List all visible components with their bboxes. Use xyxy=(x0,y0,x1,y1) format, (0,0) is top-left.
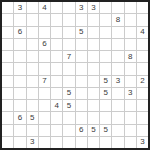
cell-r2c3[interactable] xyxy=(27,14,38,25)
cell-r8c4[interactable] xyxy=(39,88,50,99)
cell-r1c6[interactable] xyxy=(63,2,74,13)
clue-cell-r3c2: 6 xyxy=(14,27,25,38)
cell-r12c4[interactable] xyxy=(39,137,50,148)
cell-r9c8[interactable] xyxy=(88,100,99,111)
cell-r6c8[interactable] xyxy=(88,63,99,74)
cell-r5c3[interactable] xyxy=(27,51,38,62)
cell-r10c7[interactable] xyxy=(76,112,87,123)
cell-r12c9[interactable] xyxy=(100,137,111,148)
clue-cell-r12c12: 3 xyxy=(137,137,148,148)
clue-cell-r1c4: 4 xyxy=(39,2,50,13)
cell-r1c1[interactable] xyxy=(2,2,13,13)
cell-r8c7[interactable] xyxy=(76,88,87,99)
cell-r10c11[interactable] xyxy=(125,112,136,123)
cell-r4c1[interactable] xyxy=(2,39,13,50)
cell-r1c12[interactable] xyxy=(137,2,148,13)
cell-r6c11[interactable] xyxy=(125,63,136,74)
cell-r7c8[interactable] xyxy=(88,76,99,87)
clue-cell-r8c11: 3 xyxy=(125,88,136,99)
clue-cell-r7c12: 2 xyxy=(137,76,148,87)
cell-r11c10[interactable] xyxy=(112,125,123,136)
cell-r4c7[interactable] xyxy=(76,39,87,50)
clue-cell-r5c11: 8 xyxy=(125,51,136,62)
cell-r2c12[interactable] xyxy=(137,14,148,25)
cell-r6c6[interactable] xyxy=(63,63,74,74)
cell-r10c4[interactable] xyxy=(39,112,50,123)
clue-cell-r12c3: 3 xyxy=(27,137,38,148)
cell-r3c11[interactable] xyxy=(125,27,136,38)
cell-r7c6[interactable] xyxy=(63,76,74,87)
clue-cell-r2c10: 8 xyxy=(112,14,123,25)
cell-r2c4[interactable] xyxy=(39,14,50,25)
cell-r5c1[interactable] xyxy=(2,51,13,62)
cell-r8c5[interactable] xyxy=(51,88,62,99)
cell-r3c9[interactable] xyxy=(100,27,111,38)
cell-r1c5[interactable] xyxy=(51,2,62,13)
cell-r12c5[interactable] xyxy=(51,137,62,148)
cell-r3c5[interactable] xyxy=(51,27,62,38)
cell-r9c7[interactable] xyxy=(76,100,87,111)
cell-r7c2[interactable] xyxy=(14,76,25,87)
cell-r9c1[interactable] xyxy=(2,100,13,111)
cell-r8c8[interactable] xyxy=(88,88,99,99)
cell-r7c11[interactable] xyxy=(125,76,136,87)
cell-r4c6[interactable] xyxy=(63,39,74,50)
cell-r8c3[interactable] xyxy=(27,88,38,99)
cell-r9c2[interactable] xyxy=(14,100,25,111)
cell-r8c10[interactable] xyxy=(112,88,123,99)
cell-r9c3[interactable] xyxy=(27,100,38,111)
cell-r7c3[interactable] xyxy=(27,76,38,87)
cell-r5c12[interactable] xyxy=(137,51,148,62)
clue-cell-r1c2: 3 xyxy=(14,2,25,13)
cell-r5c9[interactable] xyxy=(100,51,111,62)
cell-r11c5[interactable] xyxy=(51,125,62,136)
cell-r2c2[interactable] xyxy=(14,14,25,25)
cell-r5c5[interactable] xyxy=(51,51,62,62)
cell-r4c10[interactable] xyxy=(112,39,123,50)
cell-r4c8[interactable] xyxy=(88,39,99,50)
clue-cell-r8c6: 5 xyxy=(63,88,74,99)
cell-r4c11[interactable] xyxy=(125,39,136,50)
cell-r7c5[interactable] xyxy=(51,76,62,87)
cell-r9c4[interactable] xyxy=(39,100,50,111)
cell-r6c2[interactable] xyxy=(14,63,25,74)
clue-cell-r4c4: 6 xyxy=(39,39,50,50)
cell-r4c3[interactable] xyxy=(27,39,38,50)
cell-r12c6[interactable] xyxy=(63,137,74,148)
cell-r1c11[interactable] xyxy=(125,2,136,13)
cell-r5c7[interactable] xyxy=(76,51,87,62)
cell-r10c6[interactable] xyxy=(63,112,74,123)
cell-r3c3[interactable] xyxy=(27,27,38,38)
cell-r11c3[interactable] xyxy=(27,125,38,136)
cell-r9c9[interactable] xyxy=(100,100,111,111)
cell-r1c9[interactable] xyxy=(100,2,111,13)
cell-r9c10[interactable] xyxy=(112,100,123,111)
cell-r2c1[interactable] xyxy=(2,14,13,25)
cell-r3c6[interactable] xyxy=(63,27,74,38)
clue-cell-r9c5: 4 xyxy=(51,100,62,111)
cell-r12c7[interactable] xyxy=(76,137,87,148)
clue-cell-r11c9: 5 xyxy=(100,125,111,136)
clue-cell-r10c2: 6 xyxy=(14,112,25,123)
cell-r1c10[interactable] xyxy=(112,2,123,13)
cell-r10c8[interactable] xyxy=(88,112,99,123)
cell-r12c2[interactable] xyxy=(14,137,25,148)
clue-cell-r1c7: 3 xyxy=(76,2,87,13)
cell-r11c12[interactable] xyxy=(137,125,148,136)
cell-r6c9[interactable] xyxy=(100,63,111,74)
cell-r7c7[interactable] xyxy=(76,76,87,87)
cell-r2c6[interactable] xyxy=(63,14,74,25)
cell-r5c8[interactable] xyxy=(88,51,99,62)
clue-cell-r7c9: 5 xyxy=(100,76,111,87)
clue-cell-r7c4: 7 xyxy=(39,76,50,87)
cell-r4c12[interactable] xyxy=(137,39,148,50)
cell-r9c11[interactable] xyxy=(125,100,136,111)
cell-r6c10[interactable] xyxy=(112,63,123,74)
cell-r6c4[interactable] xyxy=(39,63,50,74)
cell-r4c5[interactable] xyxy=(51,39,62,50)
clue-cell-r10c3: 5 xyxy=(27,112,38,123)
cell-r9c12[interactable] xyxy=(137,100,148,111)
cell-r6c7[interactable] xyxy=(76,63,87,74)
clue-cell-r11c7: 6 xyxy=(76,125,87,136)
cell-r11c11[interactable] xyxy=(125,125,136,136)
cell-r10c1[interactable] xyxy=(2,112,13,123)
minesweeper-board: 343386546787532553456565533 xyxy=(0,0,150,150)
cell-r11c4[interactable] xyxy=(39,125,50,136)
cell-r11c1[interactable] xyxy=(2,125,13,136)
cell-r11c2[interactable] xyxy=(14,125,25,136)
cell-r7c1[interactable] xyxy=(2,76,13,87)
cell-r2c5[interactable] xyxy=(51,14,62,25)
cell-r2c11[interactable] xyxy=(125,14,136,25)
cell-r3c4[interactable] xyxy=(39,27,50,38)
cell-r10c5[interactable] xyxy=(51,112,62,123)
clue-cell-r9c6: 5 xyxy=(63,100,74,111)
cell-r2c9[interactable] xyxy=(100,14,111,25)
cell-r5c4[interactable] xyxy=(39,51,50,62)
clue-cell-r1c8: 3 xyxy=(88,2,99,13)
cell-r3c10[interactable] xyxy=(112,27,123,38)
clue-cell-r3c7: 5 xyxy=(76,27,87,38)
cell-r6c3[interactable] xyxy=(27,63,38,74)
cell-r2c7[interactable] xyxy=(76,14,87,25)
cell-r10c10[interactable] xyxy=(112,112,123,123)
cell-r11c6[interactable] xyxy=(63,125,74,136)
cell-r3c8[interactable] xyxy=(88,27,99,38)
cell-r8c2[interactable] xyxy=(14,88,25,99)
cell-r5c10[interactable] xyxy=(112,51,123,62)
cell-r10c9[interactable] xyxy=(100,112,111,123)
cell-r6c1[interactable] xyxy=(2,63,13,74)
clue-cell-r5c6: 7 xyxy=(63,51,74,62)
clue-cell-r3c12: 4 xyxy=(137,27,148,38)
cell-r1c3[interactable] xyxy=(27,2,38,13)
cell-r12c10[interactable] xyxy=(112,137,123,148)
clue-cell-r8c9: 5 xyxy=(100,88,111,99)
cell-r8c12[interactable] xyxy=(137,88,148,99)
cell-r10c12[interactable] xyxy=(137,112,148,123)
cell-r12c1[interactable] xyxy=(2,137,13,148)
cell-r8c1[interactable] xyxy=(2,88,13,99)
cell-r6c12[interactable] xyxy=(137,63,148,74)
cell-r12c8[interactable] xyxy=(88,137,99,148)
cell-r4c2[interactable] xyxy=(14,39,25,50)
cell-r2c8[interactable] xyxy=(88,14,99,25)
clue-cell-r11c8: 5 xyxy=(88,125,99,136)
cell-r5c2[interactable] xyxy=(14,51,25,62)
cell-r3c1[interactable] xyxy=(2,27,13,38)
cell-r4c9[interactable] xyxy=(100,39,111,50)
clue-cell-r7c10: 3 xyxy=(112,76,123,87)
cell-r12c11[interactable] xyxy=(125,137,136,148)
cell-r6c5[interactable] xyxy=(51,63,62,74)
